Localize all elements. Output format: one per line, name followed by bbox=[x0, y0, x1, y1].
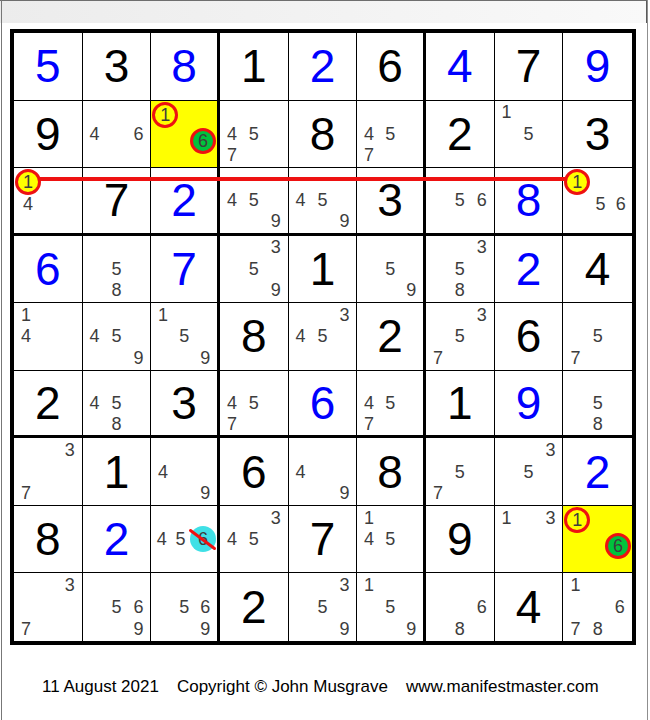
big-digit: 8 bbox=[220, 303, 288, 370]
pencilmarks: 458 bbox=[84, 372, 150, 435]
big-digit: 7 bbox=[495, 33, 563, 100]
candidate-3: 3 bbox=[333, 574, 355, 596]
pencilmarks: 46 bbox=[84, 102, 150, 167]
candidate-1: 1 bbox=[15, 304, 37, 326]
cell-r7c8[interactable]: 35 bbox=[495, 438, 564, 506]
big-digit: 9 bbox=[495, 371, 563, 436]
cell-r1c6[interactable]: 6 bbox=[357, 33, 426, 101]
pencilmarks: 68 bbox=[427, 574, 493, 640]
candidate-4: 4 bbox=[152, 461, 173, 483]
candidate-6: 6 bbox=[190, 128, 216, 154]
candidate-5: 5 bbox=[380, 123, 401, 145]
cell-r6c2[interactable]: 458 bbox=[83, 371, 152, 439]
cell-r9c6[interactable]: 159 bbox=[357, 573, 426, 641]
big-digit: 7 bbox=[151, 236, 217, 303]
candidate-4: 4 bbox=[290, 326, 312, 348]
big-digit: 4 bbox=[426, 33, 494, 100]
sudoku-board: 5381264799461645784572153147245945935681… bbox=[10, 29, 636, 645]
cell-r7c6[interactable]: 8 bbox=[357, 438, 426, 506]
candidate-1: 1 bbox=[358, 574, 379, 596]
cell-r9c9[interactable]: 1678 bbox=[563, 573, 632, 641]
candidate-9: 9 bbox=[401, 280, 422, 302]
candidate-7: 7 bbox=[427, 482, 449, 504]
candidate-4: 4 bbox=[152, 526, 171, 552]
cell-r8c9[interactable]: 16 bbox=[563, 506, 632, 574]
cell-r9c1[interactable]: 37 bbox=[14, 573, 83, 641]
big-digit: 6 bbox=[220, 438, 288, 505]
candidate-1: 1 bbox=[152, 102, 178, 128]
cell-r6c4[interactable]: 457 bbox=[220, 371, 289, 439]
big-digit: 7 bbox=[289, 506, 357, 573]
cell-r5c8[interactable]: 6 bbox=[495, 303, 564, 371]
candidate-7: 7 bbox=[358, 413, 379, 434]
pencilmarks: 156 bbox=[564, 169, 631, 232]
cell-r5c7[interactable]: 357 bbox=[426, 303, 495, 371]
ring-yellow-marker-icon: 1 bbox=[15, 169, 41, 195]
candidate-7: 7 bbox=[358, 145, 379, 167]
pencilmarks: 359 bbox=[221, 237, 287, 302]
pencilmarks: 457 bbox=[221, 372, 287, 435]
cell-r2c2[interactable]: 46 bbox=[83, 101, 152, 169]
cell-r2c7[interactable]: 2 bbox=[426, 101, 495, 169]
candidate-1: 1 bbox=[152, 304, 173, 326]
cell-r6c3[interactable]: 3 bbox=[151, 371, 220, 439]
big-digit: 8 bbox=[289, 101, 357, 168]
cell-r5c4[interactable]: 8 bbox=[220, 303, 289, 371]
cell-r5c1[interactable]: 14 bbox=[14, 303, 83, 371]
candidate-1: 1 bbox=[564, 169, 590, 195]
pencilmarks: 569 bbox=[84, 574, 150, 640]
cell-r8c3[interactable]: 456 bbox=[151, 506, 220, 574]
candidate-4: 4 bbox=[15, 195, 41, 213]
candidate-5: 5 bbox=[590, 195, 610, 213]
candidate-5: 5 bbox=[518, 123, 540, 145]
candidate-4: 4 bbox=[84, 393, 106, 414]
big-digit: 3 bbox=[563, 101, 632, 168]
cell-r8c1[interactable]: 8 bbox=[14, 506, 83, 574]
big-digit: 6 bbox=[14, 236, 82, 303]
pencilmarks: 345 bbox=[290, 304, 356, 369]
cell-r9c7[interactable]: 68 bbox=[426, 573, 495, 641]
pencilmarks: 569 bbox=[152, 574, 216, 640]
cell-r7c7[interactable]: 57 bbox=[426, 438, 495, 506]
candidate-5: 5 bbox=[243, 190, 265, 211]
big-digit: 2 bbox=[14, 371, 82, 436]
cell-r1c3[interactable]: 8 bbox=[151, 33, 220, 101]
ring-yellow-marker-icon: 1 bbox=[152, 102, 178, 128]
cell-r1c2[interactable]: 3 bbox=[83, 33, 152, 101]
cell-r4c5[interactable]: 1 bbox=[289, 236, 358, 304]
footer-date: 11 August 2021 bbox=[42, 677, 159, 697]
candidate-6: 6 bbox=[195, 596, 216, 618]
pencilmarks: 457 bbox=[221, 102, 287, 167]
cell-r7c4[interactable]: 6 bbox=[220, 438, 289, 506]
candidate-6: 6 bbox=[127, 596, 149, 618]
cell-r4c1[interactable]: 6 bbox=[14, 236, 83, 304]
candidate-4: 4 bbox=[221, 393, 243, 414]
big-digit: 6 bbox=[289, 371, 357, 436]
ring-green-marker-icon: 6 bbox=[190, 128, 216, 154]
candidate-5: 5 bbox=[380, 596, 401, 618]
pencilmarks: 357 bbox=[427, 304, 493, 369]
pencilmarks: 358 bbox=[427, 237, 493, 302]
candidate-6: 6 bbox=[471, 596, 493, 618]
candidate-5: 5 bbox=[380, 528, 401, 550]
candidate-8: 8 bbox=[587, 618, 609, 640]
pencilmarks: 58 bbox=[564, 372, 631, 435]
pencilmarks: 16 bbox=[564, 507, 631, 572]
cell-r7c5[interactable]: 49 bbox=[289, 438, 358, 506]
candidate-5: 5 bbox=[312, 190, 334, 211]
candidate-8: 8 bbox=[106, 280, 128, 302]
pencilmarks: 1678 bbox=[564, 574, 631, 640]
big-digit: 2 bbox=[563, 438, 632, 505]
big-digit: 9 bbox=[426, 506, 494, 573]
chain-link-line bbox=[25, 177, 574, 181]
candidate-3: 3 bbox=[539, 507, 561, 529]
cell-r8c7[interactable]: 9 bbox=[426, 506, 495, 574]
cell-r2c3[interactable]: 16 bbox=[151, 101, 220, 169]
sudoku-page: { "game": "sudoku", "position": "5381264… bbox=[0, 0, 650, 720]
candidate-9: 9 bbox=[195, 618, 216, 640]
big-digit: 1 bbox=[426, 371, 494, 436]
candidate-5: 5 bbox=[449, 190, 471, 211]
candidate-5: 5 bbox=[106, 393, 128, 414]
cell-r6c8[interactable]: 9 bbox=[495, 371, 564, 439]
page-left-edge bbox=[1, 0, 2, 720]
candidate-9: 9 bbox=[265, 280, 287, 302]
candidate-5: 5 bbox=[587, 326, 609, 348]
candidate-3: 3 bbox=[471, 237, 493, 259]
cell-r9c2[interactable]: 569 bbox=[83, 573, 152, 641]
candidate-1: 1 bbox=[496, 102, 518, 124]
candidate-5: 5 bbox=[174, 596, 195, 618]
candidate-8: 8 bbox=[106, 413, 128, 434]
cell-r6c9[interactable]: 58 bbox=[563, 371, 632, 439]
big-digit: 3 bbox=[151, 371, 217, 436]
candidate-7: 7 bbox=[221, 145, 243, 167]
pencilmarks: 459 bbox=[84, 304, 150, 369]
candidate-8: 8 bbox=[587, 413, 609, 434]
cell-r1c1[interactable]: 5 bbox=[14, 33, 83, 101]
candidate-4: 4 bbox=[290, 461, 312, 483]
pencilmarks: 16 bbox=[152, 102, 216, 167]
footer: 11 August 2021 Copyright © John Musgrave… bbox=[42, 677, 599, 697]
candidate-5: 5 bbox=[106, 326, 128, 348]
cell-r5c6[interactable]: 2 bbox=[357, 303, 426, 371]
candidate-9: 9 bbox=[401, 618, 422, 640]
pencilmarks: 13 bbox=[496, 507, 562, 572]
cell-r2c6[interactable]: 457 bbox=[357, 101, 426, 169]
candidate-9: 9 bbox=[195, 347, 216, 369]
ring-yellow-marker-icon: 1 bbox=[564, 507, 590, 533]
cell-r4c9[interactable]: 4 bbox=[563, 236, 632, 304]
candidate-5: 5 bbox=[243, 123, 265, 145]
cell-r2c4[interactable]: 457 bbox=[220, 101, 289, 169]
pencilmarks: 58 bbox=[84, 237, 150, 302]
cell-r2c9[interactable]: 3 bbox=[563, 101, 632, 169]
candidate-3: 3 bbox=[59, 439, 81, 461]
candidate-4: 4 bbox=[358, 123, 379, 145]
cell-r1c8[interactable]: 7 bbox=[495, 33, 564, 101]
candidate-4: 4 bbox=[358, 528, 379, 550]
pencilmarks: 359 bbox=[290, 574, 356, 640]
candidate-5: 5 bbox=[106, 258, 128, 280]
candidate-5: 5 bbox=[449, 258, 471, 280]
candidate-7: 7 bbox=[564, 618, 586, 640]
candidate-1: 1 bbox=[564, 507, 590, 533]
pencilmarks: 37 bbox=[15, 574, 81, 640]
candidate-1: 1 bbox=[564, 574, 586, 596]
cell-r8c8[interactable]: 13 bbox=[495, 506, 564, 574]
candidate-7: 7 bbox=[564, 347, 586, 369]
candidate-4: 4 bbox=[221, 528, 243, 550]
pencilmarks: 57 bbox=[564, 304, 631, 369]
candidate-1: 1 bbox=[15, 169, 41, 195]
big-digit: 9 bbox=[563, 33, 632, 100]
candidate-5: 5 bbox=[106, 596, 128, 618]
pencilmarks: 457 bbox=[358, 372, 422, 435]
big-digit: 3 bbox=[83, 33, 151, 100]
big-digit: 4 bbox=[563, 236, 632, 303]
cell-r6c1[interactable]: 2 bbox=[14, 371, 83, 439]
pencilmarks: 345 bbox=[221, 507, 287, 572]
candidate-5: 5 bbox=[312, 326, 334, 348]
pencilmarks: 159 bbox=[358, 574, 422, 640]
big-digit: 6 bbox=[495, 303, 563, 370]
cell-r1c5[interactable]: 2 bbox=[289, 33, 358, 101]
cell-r6c6[interactable]: 457 bbox=[357, 371, 426, 439]
pencilmarks: 37 bbox=[15, 439, 81, 504]
cell-r4c3[interactable]: 7 bbox=[151, 236, 220, 304]
candidate-6: 6 bbox=[127, 123, 149, 145]
cell-r8c5[interactable]: 7 bbox=[289, 506, 358, 574]
big-digit: 2 bbox=[357, 303, 423, 370]
candidate-5: 5 bbox=[243, 258, 265, 280]
candidate-4: 4 bbox=[15, 326, 37, 348]
cell-r4c6[interactable]: 59 bbox=[357, 236, 426, 304]
cell-r7c9[interactable]: 2 bbox=[563, 438, 632, 506]
elim-cyan-marker-icon: 6 bbox=[190, 526, 216, 552]
candidate-9: 9 bbox=[265, 211, 287, 232]
big-digit: 1 bbox=[220, 33, 288, 100]
candidate-4: 4 bbox=[84, 326, 106, 348]
cell-r4c4[interactable]: 359 bbox=[220, 236, 289, 304]
big-digit: 2 bbox=[220, 573, 288, 641]
candidate-4: 4 bbox=[358, 393, 379, 414]
big-digit: 8 bbox=[151, 33, 217, 100]
candidate-5: 5 bbox=[243, 393, 265, 414]
pencilmarks: 456 bbox=[152, 507, 216, 572]
candidate-4: 4 bbox=[221, 123, 243, 145]
candidate-3: 3 bbox=[265, 237, 287, 259]
candidate-9: 9 bbox=[333, 211, 355, 232]
candidate-7: 7 bbox=[221, 413, 243, 434]
cell-r9c8[interactable]: 4 bbox=[495, 573, 564, 641]
cell-r7c3[interactable]: 49 bbox=[151, 438, 220, 506]
big-digit: 1 bbox=[83, 438, 151, 505]
big-digit: 8 bbox=[14, 506, 82, 573]
cell-r4c8[interactable]: 2 bbox=[495, 236, 564, 304]
candidate-9: 9 bbox=[333, 618, 355, 640]
ring-green-marker-icon: 6 bbox=[605, 533, 631, 559]
candidate-4: 4 bbox=[290, 190, 312, 211]
candidate-7: 7 bbox=[427, 347, 449, 369]
pencilmarks: 49 bbox=[290, 439, 356, 504]
cell-r2c8[interactable]: 15 bbox=[495, 101, 564, 169]
candidate-7: 7 bbox=[15, 482, 37, 504]
big-digit: 2 bbox=[426, 101, 494, 168]
candidate-5: 5 bbox=[587, 393, 609, 414]
cell-r2c5[interactable]: 8 bbox=[289, 101, 358, 169]
footer-copyright: Copyright © John Musgrave bbox=[177, 677, 388, 697]
big-digit: 8 bbox=[357, 438, 423, 505]
cell-r9c4[interactable]: 2 bbox=[220, 573, 289, 641]
big-digit: 2 bbox=[289, 33, 357, 100]
candidate-6: 6 bbox=[190, 526, 216, 552]
candidate-5: 5 bbox=[243, 528, 265, 550]
candidate-5: 5 bbox=[380, 258, 401, 280]
candidate-1: 1 bbox=[496, 507, 518, 529]
big-digit: 2 bbox=[495, 236, 563, 303]
pencilmarks: 57 bbox=[427, 439, 493, 504]
candidate-3: 3 bbox=[59, 574, 81, 596]
candidate-9: 9 bbox=[195, 482, 216, 504]
page-right-edge bbox=[647, 0, 648, 720]
cell-r9c5[interactable]: 359 bbox=[289, 573, 358, 641]
candidate-5: 5 bbox=[312, 596, 334, 618]
candidate-3: 3 bbox=[539, 439, 561, 461]
candidate-5: 5 bbox=[449, 461, 471, 483]
cell-r4c2[interactable]: 58 bbox=[83, 236, 152, 304]
candidate-4: 4 bbox=[84, 123, 106, 145]
cell-r3c9[interactable]: 156 bbox=[563, 168, 632, 236]
candidate-9: 9 bbox=[333, 482, 355, 504]
candidate-9: 9 bbox=[127, 347, 149, 369]
cell-r4c7[interactable]: 358 bbox=[426, 236, 495, 304]
pencilmarks: 15 bbox=[496, 102, 562, 167]
big-digit: 1 bbox=[289, 236, 357, 303]
candidate-3: 3 bbox=[265, 507, 287, 529]
pencilmarks: 59 bbox=[358, 237, 422, 302]
big-digit: 5 bbox=[14, 33, 82, 100]
candidate-5: 5 bbox=[171, 526, 190, 552]
big-digit: 4 bbox=[495, 573, 563, 641]
big-digit: 6 bbox=[357, 33, 423, 100]
candidate-5: 5 bbox=[380, 393, 401, 414]
cell-r2c1[interactable]: 9 bbox=[14, 101, 83, 169]
window-top-strip bbox=[0, 0, 648, 23]
candidate-7: 7 bbox=[15, 618, 37, 640]
cell-r1c4[interactable]: 1 bbox=[220, 33, 289, 101]
cell-r7c2[interactable]: 1 bbox=[83, 438, 152, 506]
pencilmarks: 145 bbox=[358, 507, 422, 572]
pencilmarks: 159 bbox=[152, 304, 216, 369]
cell-r8c6[interactable]: 145 bbox=[357, 506, 426, 574]
pencilmarks: 14 bbox=[15, 304, 81, 369]
ring-yellow-marker-icon: 1 bbox=[564, 169, 590, 195]
candidate-6: 6 bbox=[611, 195, 631, 213]
cell-r8c2[interactable]: 2 bbox=[83, 506, 152, 574]
candidate-1: 1 bbox=[358, 507, 379, 529]
cell-r5c9[interactable]: 57 bbox=[563, 303, 632, 371]
cell-r1c7[interactable]: 4 bbox=[426, 33, 495, 101]
candidate-9: 9 bbox=[127, 618, 149, 640]
cell-r5c2[interactable]: 459 bbox=[83, 303, 152, 371]
cell-r8c4[interactable]: 345 bbox=[220, 506, 289, 574]
pencilmarks: 35 bbox=[496, 439, 562, 504]
cell-r7c1[interactable]: 37 bbox=[14, 438, 83, 506]
big-digit: 2 bbox=[83, 506, 151, 573]
candidate-5: 5 bbox=[449, 326, 471, 348]
candidate-6: 6 bbox=[609, 596, 631, 618]
candidate-5: 5 bbox=[518, 461, 540, 483]
candidate-3: 3 bbox=[471, 304, 493, 326]
cell-r5c3[interactable]: 159 bbox=[151, 303, 220, 371]
candidate-3: 3 bbox=[333, 304, 355, 326]
candidate-8: 8 bbox=[449, 618, 471, 640]
candidate-6: 6 bbox=[471, 190, 493, 211]
candidate-8: 8 bbox=[449, 280, 471, 302]
pencilmarks: 457 bbox=[358, 102, 422, 167]
pencilmarks: 49 bbox=[152, 439, 216, 504]
candidate-5: 5 bbox=[174, 326, 195, 348]
cell-r6c7[interactable]: 1 bbox=[426, 371, 495, 439]
cell-r6c5[interactable]: 6 bbox=[289, 371, 358, 439]
cell-r9c3[interactable]: 569 bbox=[151, 573, 220, 641]
cell-r5c5[interactable]: 345 bbox=[289, 303, 358, 371]
candidate-6: 6 bbox=[605, 533, 631, 559]
big-digit: 9 bbox=[14, 101, 82, 168]
footer-website: www.manifestmaster.com bbox=[406, 677, 599, 697]
candidate-4: 4 bbox=[221, 190, 243, 211]
cell-r1c9[interactable]: 9 bbox=[563, 33, 632, 101]
